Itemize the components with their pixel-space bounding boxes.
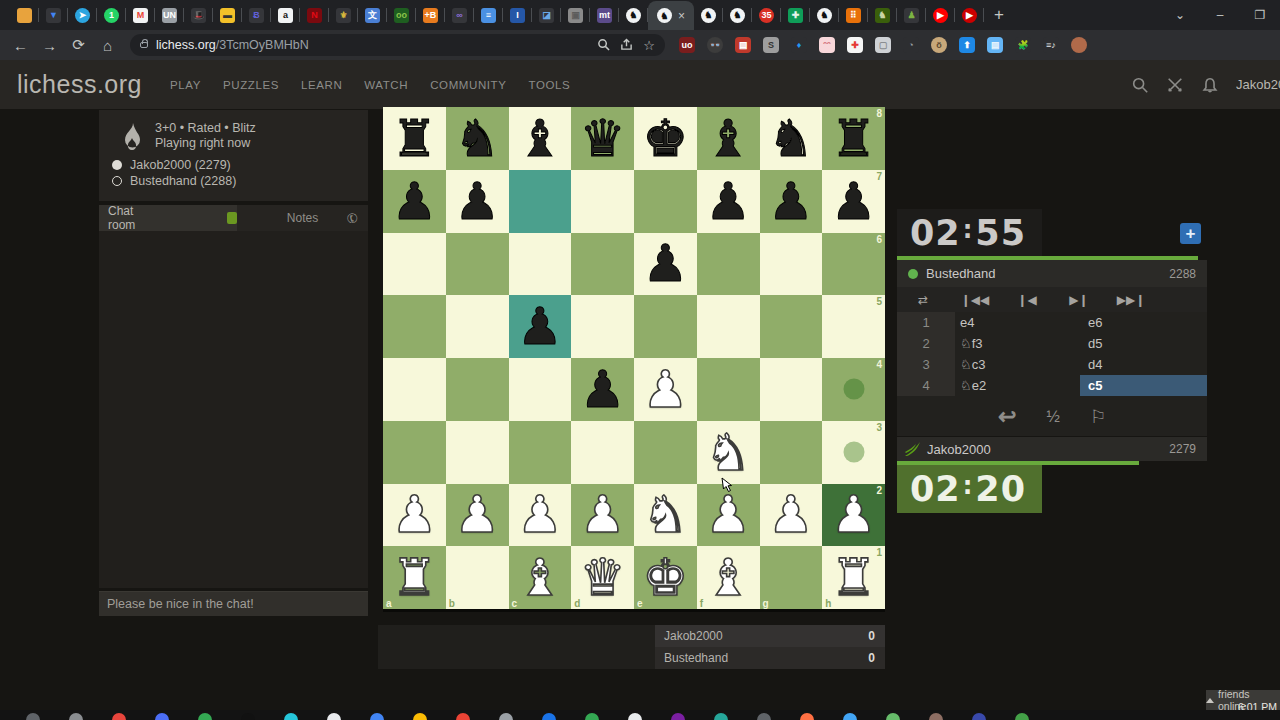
black-player-link[interactable]: Bustedhand (2288) [112, 174, 236, 188]
white-move[interactable]: ♘f3 [955, 336, 1080, 351]
square-f7[interactable]: ♟ [697, 170, 760, 233]
bookmark-star-icon[interactable]: ☆ [643, 38, 655, 53]
square-f4[interactable] [697, 358, 760, 421]
tab-lichess-1-icon: ♞ [626, 8, 641, 23]
tab-plus-b-icon: +B [423, 8, 438, 23]
tab-gmail[interactable]: M [126, 0, 155, 30]
forward-button[interactable]: → [35, 37, 64, 54]
square-d4[interactable]: ♟ [571, 358, 634, 421]
previous-move-icon[interactable]: ❙◀ [1001, 293, 1053, 307]
white-player-row[interactable]: Jakob2000 2279 [897, 437, 1207, 461]
chat-tabs: Chat room Notes ✆ [99, 205, 368, 231]
crosstable-row: Jakob20000 [655, 625, 885, 647]
nav-tools[interactable]: TOOLS [529, 79, 571, 91]
tab-youtube-2[interactable]: ▶ [955, 0, 984, 30]
square-a5[interactable] [383, 295, 446, 358]
move-row: 4♘e2c5 [897, 375, 1207, 396]
taskbar-app-icon[interactable] [26, 713, 40, 720]
square-e5[interactable] [634, 295, 697, 358]
nav-watch[interactable]: WATCH [364, 79, 408, 91]
square-f5[interactable] [697, 295, 760, 358]
square-d2[interactable]: ♟ [571, 484, 634, 547]
tab-un-icon: UN [162, 8, 177, 23]
square-g3[interactable] [760, 421, 823, 484]
tab-crest[interactable]: ⚜ [329, 0, 358, 30]
next-move-icon[interactable]: ▶❙ [1053, 293, 1105, 307]
crosstable: Jakob20000Bustedhand0 [378, 625, 885, 669]
square-c6[interactable] [509, 233, 572, 296]
tab-lichess-1[interactable]: ♞ [619, 0, 648, 30]
black-pawn: ♟ [571, 358, 634, 421]
pinned-tabs-left: ▼➤1MUN🎩▬ɃaN⚜文oo+B∞≡I◪▣mt♞ [10, 0, 648, 30]
square-b8[interactable]: ♞ [446, 107, 509, 170]
white-pawn: ♟ [446, 484, 509, 547]
tab-search-chevron-icon[interactable]: ⌄ [1160, 8, 1200, 22]
ext-avatar[interactable] [1071, 37, 1087, 53]
square-d8[interactable]: ♛ [571, 107, 634, 170]
rank-label: 5 [876, 296, 882, 307]
black-king: ♚ [634, 107, 697, 170]
tab-chess-pawn[interactable]: ♟ [897, 0, 926, 30]
square-d5[interactable] [571, 295, 634, 358]
square-g5[interactable] [760, 295, 823, 358]
active-tab[interactable]: ♞ × [648, 1, 694, 30]
file-label: h [825, 598, 831, 609]
white-player-link[interactable]: Jakob2000 (2279) [112, 158, 231, 172]
taskbar-app-icon[interactable] [585, 713, 599, 720]
pinned-tabs-right: ♞♞35✚♞⠿♞♟▶▶ [694, 0, 984, 30]
crosstable-player: Bustedhand [664, 651, 728, 665]
tab-lichess-3[interactable]: ♞ [723, 0, 752, 30]
lichess-header: lichess.org PLAYPUZZLESLEARNWATCHCOMMUNI… [0, 60, 1280, 109]
tab-maps[interactable]: ▼ [39, 0, 68, 30]
ext-puzzle[interactable]: 🧩 [1015, 37, 1031, 53]
chat-input[interactable] [99, 591, 368, 616]
taskbar-app-icon[interactable] [886, 713, 900, 720]
tab-gmail-icon: M [133, 8, 148, 23]
tab-yellow[interactable]: ▬ [213, 0, 242, 30]
tab-blue-lines-icon: ≡ [481, 8, 496, 23]
lichess-logo[interactable]: lichess.org [17, 70, 142, 99]
share-icon[interactable] [620, 38, 633, 51]
browser-tab-strip: ▼➤1MUN🎩▬ɃaN⚜文oo+B∞≡I◪▣mt♞ ♞ × ♞♞35✚♞⠿♞♟▶… [0, 0, 1280, 30]
square-f8[interactable]: ♝ [697, 107, 760, 170]
rank-label: 1 [876, 547, 882, 558]
white-move[interactable]: ♘e2 [955, 378, 1080, 393]
tab-plus-b[interactable]: +B [416, 0, 445, 30]
move-number: 2 [897, 333, 955, 354]
square-g1[interactable]: g [760, 546, 823, 609]
search-icon[interactable] [1131, 76, 1149, 94]
white-move[interactable]: ♘c3 [955, 357, 1080, 372]
tab-indeed-icon: I [510, 8, 525, 23]
tab-green-bot[interactable]: oo [387, 0, 416, 30]
square-c5[interactable]: ♟ [509, 295, 572, 358]
black-pawn: ♟ [446, 170, 509, 233]
tab-folder[interactable]: ▣ [561, 0, 590, 30]
username-menu[interactable]: Jakob20 [1236, 77, 1280, 92]
tab-dark-crest[interactable]: ♞ [868, 0, 897, 30]
resign-flag-icon[interactable]: ⚐ [1090, 406, 1106, 428]
crosstable-rows: Jakob20000Bustedhand0 [655, 625, 885, 669]
square-g4[interactable] [760, 358, 823, 421]
white-knight: ♞ [697, 421, 760, 484]
taskbar-app-icon[interactable] [843, 713, 857, 720]
nav-puzzles[interactable]: PUZZLES [223, 79, 279, 91]
tab-mt-icon: mt [597, 8, 612, 23]
rank-label: 8 [876, 108, 882, 119]
square-g6[interactable] [760, 233, 823, 296]
square-b3[interactable] [446, 421, 509, 484]
taskbar-app-icon[interactable] [198, 713, 212, 720]
tab-sheets[interactable]: ✚ [781, 0, 810, 30]
crosstable-score: 0 [868, 651, 875, 665]
square-b4[interactable] [446, 358, 509, 421]
blitz-flame-icon [119, 122, 145, 152]
white-pawn: ♟ [634, 358, 697, 421]
move-number: 1 [897, 312, 955, 333]
tab-docs-icon [17, 8, 32, 23]
chat-toggle[interactable] [227, 212, 237, 224]
header-right: Jakob20 [1131, 76, 1280, 94]
square-e6[interactable]: ♟ [634, 233, 697, 296]
offer-draw-icon[interactable]: ½ [1046, 408, 1059, 426]
file-label: e [637, 598, 643, 609]
file-label: f [700, 598, 703, 609]
black-player-row[interactable]: Bustedhand 2288 [897, 260, 1207, 287]
square-b6[interactable] [446, 233, 509, 296]
move-rows: 1e4e62♘f3d53♘c3d44♘e2c5 [897, 312, 1207, 396]
black-bishop: ♝ [509, 107, 572, 170]
ext-timer[interactable]: ◔ [903, 37, 919, 53]
tab-amazon-icon: a [278, 8, 293, 23]
black-rook: ♜ [383, 107, 446, 170]
taskbar-app-icon[interactable] [757, 713, 771, 720]
square-d6[interactable] [571, 233, 634, 296]
square-h2[interactable]: ♟2 [822, 484, 885, 547]
black-move[interactable]: c5 [1080, 375, 1207, 396]
crosstable-score: 0 [868, 629, 875, 643]
tab-youtube-2-icon: ▶ [962, 8, 977, 23]
square-b7[interactable]: ♟ [446, 170, 509, 233]
clock-white: 02:20 [897, 465, 1042, 513]
square-e2[interactable]: ♞ [634, 484, 697, 547]
square-c1[interactable]: ♝c [509, 546, 572, 609]
file-label: c [512, 598, 518, 609]
zoom-icon[interactable] [597, 38, 610, 51]
taskbar-app-icon[interactable] [671, 713, 685, 720]
square-e8[interactable]: ♚ [634, 107, 697, 170]
tab-youtube-1-icon: ▶ [933, 8, 948, 23]
tab-telegram[interactable]: ➤ [68, 0, 97, 30]
white-pawn: ♟ [509, 484, 572, 547]
lichess-favicon-icon: ♞ [657, 8, 672, 23]
takeback-icon[interactable]: ↩ [998, 404, 1016, 430]
taskbar-app-icon[interactable] [155, 713, 169, 720]
file-label: d [574, 598, 580, 609]
tab-blue-small-icon: ◪ [539, 8, 554, 23]
black-pawn: ♟ [760, 170, 823, 233]
black-pawn: ♟ [383, 170, 446, 233]
rank-label: 7 [876, 171, 882, 182]
move-number: 3 [897, 354, 955, 375]
minimize-button[interactable]: – [1200, 8, 1240, 22]
taskbar-app-icon[interactable] [929, 713, 943, 720]
ext-shield-up[interactable]: ⬆ [959, 37, 975, 53]
address-bar[interactable]: lichess.org/3TcmOyBMHbN ☆ [130, 34, 665, 56]
taskbar-app-icon[interactable] [499, 713, 513, 720]
square-b5[interactable] [446, 295, 509, 358]
square-b1[interactable]: b [446, 546, 509, 609]
taskbar-app-icon[interactable] [69, 713, 83, 720]
online-dot-icon [908, 269, 918, 279]
white-knight: ♞ [634, 484, 697, 547]
black-move[interactable]: e6 [1080, 312, 1207, 333]
tab-lichess-4[interactable]: ♞ [810, 0, 839, 30]
white-move[interactable]: e4 [955, 315, 1080, 330]
tab-whatsapp[interactable]: 1 [97, 0, 126, 30]
chess-board: ♜♞♝♛♚♝♞♜8♟♟♟♟♟7♟6♟5♟♟4♞3♟♟♟♟♞♟♟♟2♜ab♝c♛d… [383, 107, 885, 609]
ext-pig[interactable]: ᵔᵔ [819, 37, 835, 53]
chat-messages [99, 231, 368, 588]
tab-dark-crest-icon: ♞ [875, 8, 890, 23]
back-button[interactable]: ← [6, 37, 35, 54]
tab-35[interactable]: 35 [752, 0, 781, 30]
taskbar-app-icon[interactable] [241, 713, 255, 720]
black-color-icon [112, 176, 122, 186]
tab-lichess-4-icon: ♞ [817, 8, 832, 23]
screen: ▼➤1MUN🎩▬ɃaN⚜文oo+B∞≡I◪▣mt♞ ♞ × ♞♞35✚♞⠿♞♟▶… [0, 0, 1280, 720]
square-g2[interactable]: ♟ [760, 484, 823, 547]
black-move[interactable]: d5 [1080, 333, 1207, 354]
patron-wing-icon [904, 442, 921, 457]
first-move-icon[interactable]: ❙◀◀ [949, 293, 1001, 307]
black-queen: ♛ [571, 107, 634, 170]
white-pawn: ♟ [760, 484, 823, 547]
move-number: 4 [897, 375, 955, 396]
white-queen: ♛ [571, 546, 634, 609]
browser-toolbar: ← → ⟳ ⌂ lichess.org/3TcmOyBMHbN ☆ uo👓▤S♦… [0, 30, 1280, 60]
extensions-row: uo👓▤S♦ᵔᵔ✚▢◔ö⬆▤🧩≡♪ [679, 37, 1087, 53]
square-f3[interactable]: ♞ [697, 421, 760, 484]
tab-hat-icon: 🎩 [191, 8, 206, 23]
move-row: 1e4e6 [897, 312, 1207, 333]
file-label: g [763, 598, 769, 609]
square-h4[interactable]: 4 [822, 358, 885, 421]
taskbar-app-icon[interactable] [456, 713, 470, 720]
square-f1[interactable]: ♝f [697, 546, 760, 609]
square-a2[interactable]: ♟ [383, 484, 446, 547]
ext-ublock[interactable]: uo [679, 37, 695, 53]
square-a7[interactable]: ♟ [383, 170, 446, 233]
game-actions: ↩ ½ ⚐ [897, 398, 1207, 436]
square-a3[interactable] [383, 421, 446, 484]
tab-netflix[interactable]: N [300, 0, 329, 30]
square-e1[interactable]: ♚e [634, 546, 697, 609]
tab-translate[interactable]: 文 [358, 0, 387, 30]
new-tab-button[interactable]: + [994, 5, 1004, 25]
reload-button[interactable]: ⟳ [64, 36, 93, 54]
black-pawn: ♟ [697, 170, 760, 233]
tab-blue-lines[interactable]: ≡ [474, 0, 503, 30]
clock-black: 02:55 [897, 209, 1042, 257]
taskbar-app-icon[interactable] [542, 713, 556, 720]
close-tab-icon[interactable]: × [678, 10, 685, 22]
taskbar-app-icon[interactable] [284, 713, 298, 720]
tab-docs[interactable] [10, 0, 39, 30]
taskbar-app-icon[interactable] [413, 713, 427, 720]
white-king: ♚ [634, 546, 697, 609]
taskbar-app-icon[interactable] [628, 713, 642, 720]
phone-icon[interactable]: ✆ [344, 209, 362, 228]
file-label: a [386, 598, 392, 609]
square-c8[interactable]: ♝ [509, 107, 572, 170]
tab-notes[interactable]: Notes ✆ [237, 205, 368, 231]
tab-orange-blocks-icon: ⠿ [846, 8, 861, 23]
tab-blue-small[interactable]: ◪ [532, 0, 561, 30]
tab-youtube-1[interactable]: ▶ [926, 0, 955, 30]
move-row: 3♘c3d4 [897, 354, 1207, 375]
white-rook: ♜ [383, 546, 446, 609]
white-pawn: ♟ [571, 484, 634, 547]
home-button[interactable]: ⌂ [93, 37, 122, 54]
chevron-up-icon [1206, 698, 1214, 703]
ext-health-cross[interactable]: ✚ [847, 37, 863, 53]
ext-owl[interactable]: ö [931, 37, 947, 53]
square-h7[interactable]: ♟7 [822, 170, 885, 233]
tab-folder-icon: ▣ [568, 8, 583, 23]
tab-lichess-2-icon: ♞ [701, 8, 716, 23]
square-h3[interactable]: 3 [822, 421, 885, 484]
taskbar-app-icon[interactable] [800, 713, 814, 720]
url-text: lichess.org/3TcmOyBMHbN [156, 38, 309, 52]
tab-b-purple[interactable]: Ƀ [242, 0, 271, 30]
taskbar-app-icon[interactable] [112, 713, 126, 720]
tab-link-purple[interactable]: ∞ [445, 0, 474, 30]
taskbar-app-icon[interactable] [370, 713, 384, 720]
file-label: b [449, 598, 455, 609]
black-player-name: Bustedhand [926, 266, 995, 281]
nav-learn[interactable]: LEARN [301, 79, 342, 91]
time-control-label: 3+0 • Rated • Blitz [155, 121, 256, 135]
ext-s-gray[interactable]: S [763, 37, 779, 53]
site-nav: PLAYPUZZLESLEARNWATCHCOMMUNITYTOOLS [170, 79, 570, 91]
square-f6[interactable] [697, 233, 760, 296]
ext-bag[interactable]: ▢ [875, 37, 891, 53]
tab-hat[interactable]: 🎩 [184, 0, 213, 30]
address-bar-icons: ☆ [597, 38, 655, 53]
square-a6[interactable] [383, 233, 446, 296]
white-color-icon [112, 160, 122, 170]
flip-cycle-icon[interactable]: ⇄ [897, 293, 949, 307]
tab-yellow-icon: ▬ [220, 8, 235, 23]
square-e3[interactable] [634, 421, 697, 484]
black-knight: ♞ [446, 107, 509, 170]
tab-sheets-icon: ✚ [788, 8, 803, 23]
rank-label: 6 [876, 234, 882, 245]
tab-lichess-3-icon: ♞ [730, 8, 745, 23]
taskbar-app-icon[interactable] [327, 713, 341, 720]
square-h6[interactable]: 6 [822, 233, 885, 296]
nav-community[interactable]: COMMUNITY [430, 79, 506, 91]
ext-goggles[interactable]: 👓 [707, 37, 723, 53]
crosstable-empty [378, 625, 655, 669]
tab-whatsapp-icon: 1 [104, 8, 119, 23]
square-h5[interactable]: 5 [822, 295, 885, 358]
ext-red-book[interactable]: ▤ [735, 37, 751, 53]
tab-amazon[interactable]: a [271, 0, 300, 30]
tab-indeed[interactable]: I [503, 0, 532, 30]
black-move[interactable]: d4 [1080, 354, 1207, 375]
square-d7[interactable] [571, 170, 634, 233]
window-controls: ⌄ – ❐ [1160, 8, 1280, 22]
square-c7[interactable] [509, 170, 572, 233]
rank-label: 2 [876, 485, 882, 496]
ext-doc-blue[interactable]: ▤ [987, 37, 1003, 53]
white-bishop: ♝ [509, 546, 572, 609]
square-a1[interactable]: ♜a [383, 546, 446, 609]
tab-mt[interactable]: mt [590, 0, 619, 30]
black-player-rating: 2288 [1169, 267, 1196, 281]
challenges-swords-icon[interactable] [1166, 76, 1184, 94]
square-d1[interactable]: ♛d [571, 546, 634, 609]
rank-label: 4 [876, 359, 882, 370]
taskbar[interactable] [0, 710, 1280, 720]
square-a4[interactable] [383, 358, 446, 421]
square-d3[interactable] [571, 421, 634, 484]
taskbar-app-icon[interactable] [972, 713, 986, 720]
tab-chat-room[interactable]: Chat room [99, 205, 237, 231]
nav-play[interactable]: PLAY [170, 79, 201, 91]
tab-un[interactable]: UN [155, 0, 184, 30]
square-c2[interactable]: ♟ [509, 484, 572, 547]
white-player-rating: 2279 [1169, 442, 1196, 456]
white-pawn: ♟ [383, 484, 446, 547]
tab-green-bot-icon: oo [394, 8, 409, 23]
square-b2[interactable]: ♟ [446, 484, 509, 547]
tab-maps-icon: ▼ [46, 8, 61, 23]
black-knight: ♞ [760, 107, 823, 170]
notifications-bell-icon[interactable] [1201, 76, 1219, 94]
tab-translate-icon: 文 [365, 8, 380, 23]
ext-gem[interactable]: ♦ [791, 37, 807, 53]
tab-telegram-icon: ➤ [75, 8, 90, 23]
maximize-button[interactable]: ❐ [1240, 8, 1280, 22]
square-a8[interactable]: ♜ [383, 107, 446, 170]
tab-orange-blocks[interactable]: ⠿ [839, 0, 868, 30]
move-navigation: ⇄ ❙◀◀ ❙◀ ▶❙ ▶▶❙ [897, 287, 1207, 312]
square-e7[interactable] [634, 170, 697, 233]
square-h1[interactable]: ♜1h [822, 546, 885, 609]
square-g8[interactable]: ♞ [760, 107, 823, 170]
white-player-name: Jakob2000 [927, 442, 991, 457]
taskbar-app-icon[interactable] [714, 713, 728, 720]
square-g7[interactable]: ♟ [760, 170, 823, 233]
tab-b-purple-icon: Ƀ [249, 8, 264, 23]
taskbar-app-icon[interactable] [1015, 713, 1029, 720]
square-h8[interactable]: ♜8 [822, 107, 885, 170]
square-c4[interactable] [509, 358, 572, 421]
last-move-icon[interactable]: ▶▶❙ [1105, 293, 1157, 307]
tab-lichess-2[interactable]: ♞ [694, 0, 723, 30]
give-time-button[interactable]: + [1180, 223, 1201, 244]
ext-playlist[interactable]: ≡♪ [1043, 37, 1059, 53]
black-pawn: ♟ [509, 295, 572, 358]
game-meta-box: 3+0 • Rated • Blitz Playing right now Ja… [99, 110, 368, 201]
black-bishop: ♝ [697, 107, 760, 170]
square-c3[interactable] [509, 421, 572, 484]
square-e4[interactable]: ♟ [634, 358, 697, 421]
